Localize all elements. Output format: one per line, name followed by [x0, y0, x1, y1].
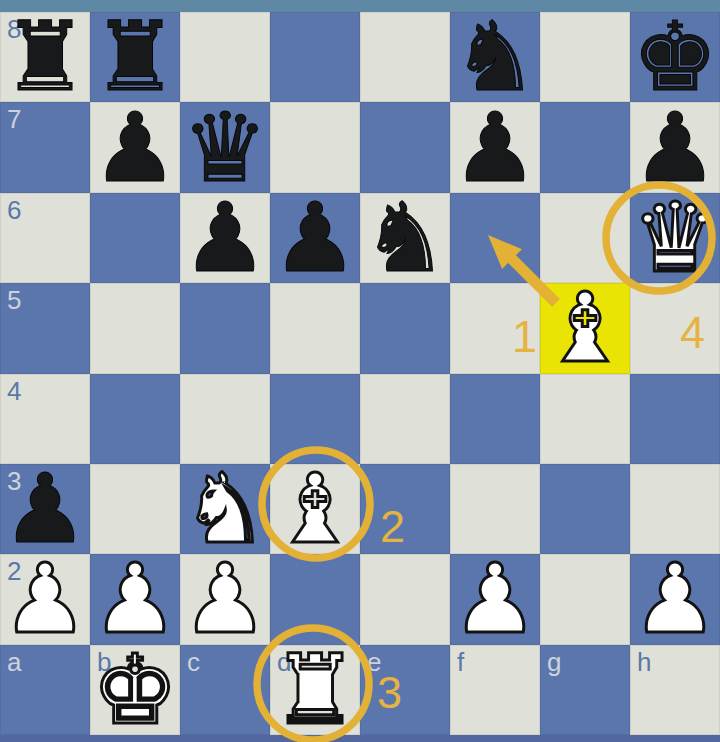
coordinate-label-file-c: c — [187, 648, 200, 677]
black-knight-piece[interactable]: ♞ — [450, 12, 540, 102]
square-g8[interactable] — [540, 12, 630, 102]
square-d5[interactable] — [270, 283, 360, 373]
square-h5[interactable] — [630, 283, 720, 373]
white-king-piece[interactable]: ♚ — [90, 645, 180, 735]
square-h8[interactable]: ♚ — [630, 12, 720, 102]
coordinate-label-file-g: g — [547, 648, 561, 677]
black-pawn-piece[interactable]: ♟ — [180, 193, 270, 283]
square-a5[interactable]: 5 — [0, 283, 90, 373]
coordinate-label-file-a: a — [7, 648, 21, 677]
square-c7[interactable]: ♛ — [180, 102, 270, 192]
square-e7[interactable] — [360, 102, 450, 192]
black-queen-piece[interactable]: ♛ — [180, 102, 270, 192]
square-h4[interactable] — [630, 374, 720, 464]
square-a6[interactable]: 6 — [0, 193, 90, 283]
white-bishop-piece[interactable]: ♝ — [270, 464, 360, 554]
white-pawn-piece[interactable]: ♟ — [630, 554, 720, 644]
square-b3[interactable] — [90, 464, 180, 554]
square-h2[interactable]: ♟ — [630, 554, 720, 644]
square-a3[interactable]: 3♟ — [0, 464, 90, 554]
square-a4[interactable]: 4 — [0, 374, 90, 464]
square-g4[interactable] — [540, 374, 630, 464]
coordinate-label-rank-5: 5 — [7, 286, 21, 315]
square-h1[interactable]: h — [630, 645, 720, 735]
coordinate-label-rank-6: 6 — [7, 196, 21, 225]
square-g3[interactable] — [540, 464, 630, 554]
square-h3[interactable] — [630, 464, 720, 554]
square-f4[interactable] — [450, 374, 540, 464]
square-c4[interactable] — [180, 374, 270, 464]
chess-board[interactable]: 8♜♜♞♚7♟♛♟♟6♟♟♞♛5♝43♟♞♝2♟♟♟♟♟ab♚cd♜efgh — [0, 12, 720, 735]
square-b7[interactable]: ♟ — [90, 102, 180, 192]
square-c3[interactable]: ♞ — [180, 464, 270, 554]
square-e6[interactable]: ♞ — [360, 193, 450, 283]
square-g5[interactable]: ♝ — [540, 283, 630, 373]
square-e8[interactable] — [360, 12, 450, 102]
white-pawn-piece[interactable]: ♟ — [90, 554, 180, 644]
square-d6[interactable]: ♟ — [270, 193, 360, 283]
square-c5[interactable] — [180, 283, 270, 373]
white-knight-piece[interactable]: ♞ — [180, 464, 270, 554]
square-a7[interactable]: 7 — [0, 102, 90, 192]
square-h7[interactable]: ♟ — [630, 102, 720, 192]
black-pawn-piece[interactable]: ♟ — [270, 193, 360, 283]
square-c2[interactable]: ♟ — [180, 554, 270, 644]
square-b4[interactable] — [90, 374, 180, 464]
chess-app-screenshot: 8♜♜♞♚7♟♛♟♟6♟♟♞♛5♝43♟♞♝2♟♟♟♟♟ab♚cd♜efgh 1… — [0, 0, 720, 742]
coordinate-label-rank-7: 7 — [7, 105, 21, 134]
black-king-piece[interactable]: ♚ — [630, 12, 720, 102]
square-b1[interactable]: b♚ — [90, 645, 180, 735]
square-h6[interactable]: ♛ — [630, 193, 720, 283]
black-knight-piece[interactable]: ♞ — [360, 193, 450, 283]
square-b2[interactable]: ♟ — [90, 554, 180, 644]
square-f1[interactable]: f — [450, 645, 540, 735]
square-f6[interactable] — [450, 193, 540, 283]
square-e5[interactable] — [360, 283, 450, 373]
square-b5[interactable] — [90, 283, 180, 373]
black-pawn-piece[interactable]: ♟ — [630, 102, 720, 192]
square-d1[interactable]: d♜ — [270, 645, 360, 735]
coordinate-label-file-h: h — [637, 648, 651, 677]
square-g7[interactable] — [540, 102, 630, 192]
square-d2[interactable] — [270, 554, 360, 644]
square-d3[interactable]: ♝ — [270, 464, 360, 554]
square-e2[interactable] — [360, 554, 450, 644]
square-f5[interactable] — [450, 283, 540, 373]
white-bishop-piece[interactable]: ♝ — [540, 283, 630, 373]
coordinate-label-rank-4: 4 — [7, 377, 21, 406]
square-e4[interactable] — [360, 374, 450, 464]
square-d7[interactable] — [270, 102, 360, 192]
square-e1[interactable]: e — [360, 645, 450, 735]
square-f2[interactable]: ♟ — [450, 554, 540, 644]
square-c8[interactable] — [180, 12, 270, 102]
white-rook-piece[interactable]: ♜ — [270, 645, 360, 735]
black-rook-piece[interactable]: ♜ — [0, 12, 90, 102]
black-pawn-piece[interactable]: ♟ — [0, 464, 90, 554]
white-queen-piece[interactable]: ♛ — [630, 193, 720, 283]
black-pawn-piece[interactable]: ♟ — [90, 102, 180, 192]
square-a8[interactable]: 8♜ — [0, 12, 90, 102]
black-pawn-piece[interactable]: ♟ — [450, 102, 540, 192]
square-d8[interactable] — [270, 12, 360, 102]
black-rook-piece[interactable]: ♜ — [90, 12, 180, 102]
white-pawn-piece[interactable]: ♟ — [180, 554, 270, 644]
square-g6[interactable] — [540, 193, 630, 283]
square-a2[interactable]: 2♟ — [0, 554, 90, 644]
square-g1[interactable]: g — [540, 645, 630, 735]
square-c6[interactable]: ♟ — [180, 193, 270, 283]
white-pawn-piece[interactable]: ♟ — [450, 554, 540, 644]
square-b8[interactable]: ♜ — [90, 12, 180, 102]
square-d4[interactable] — [270, 374, 360, 464]
square-g2[interactable] — [540, 554, 630, 644]
coordinate-label-file-e: e — [367, 648, 381, 677]
square-b6[interactable] — [90, 193, 180, 283]
square-c1[interactable]: c — [180, 645, 270, 735]
square-e3[interactable] — [360, 464, 450, 554]
white-pawn-piece[interactable]: ♟ — [0, 554, 90, 644]
square-a1[interactable]: a — [0, 645, 90, 735]
bottom-bar — [0, 735, 720, 742]
square-f7[interactable]: ♟ — [450, 102, 540, 192]
coordinate-label-file-f: f — [457, 648, 464, 677]
square-f3[interactable] — [450, 464, 540, 554]
square-f8[interactable]: ♞ — [450, 12, 540, 102]
